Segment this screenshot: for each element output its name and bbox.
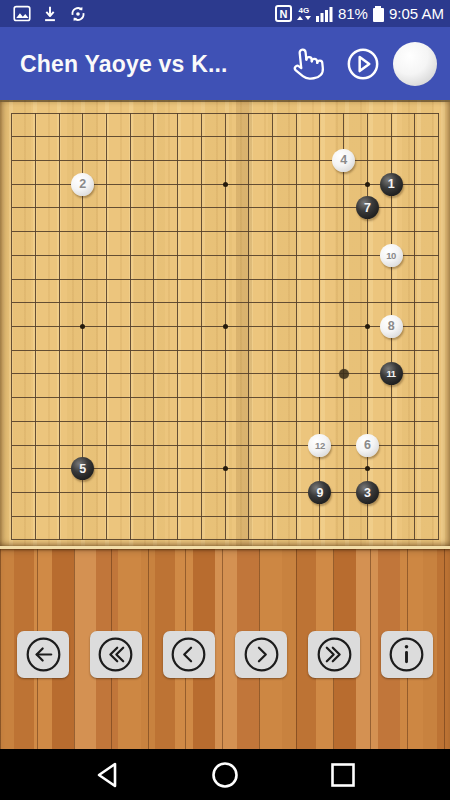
star-point	[365, 182, 370, 187]
battery-percent: 81%	[338, 5, 368, 22]
board-grid-line	[12, 421, 439, 422]
control-info[interactable]	[381, 631, 433, 678]
phone-screen: N 4G 81% 9:05 AM Chen Yaoye vs K...	[0, 0, 450, 800]
board-grid-line	[296, 113, 297, 540]
go-board[interactable]: 123456789101112	[0, 100, 450, 546]
stone-number: 11	[386, 368, 395, 379]
stone-number: 5	[79, 462, 86, 476]
back-button[interactable]	[95, 761, 119, 789]
star-point	[223, 182, 228, 187]
game-title: Chen Yaoye vs K...	[20, 50, 228, 77]
board-grid-line	[319, 113, 320, 540]
stone-number: 3	[364, 486, 371, 500]
tap-hand-icon	[284, 40, 330, 86]
stone-number: 4	[340, 153, 347, 167]
stone-number: 6	[364, 438, 371, 452]
stone-1: 1	[380, 173, 403, 196]
star-point	[365, 324, 370, 329]
star-point	[365, 466, 370, 471]
board-grid-line	[12, 539, 439, 540]
tap-mode-button[interactable]	[279, 36, 335, 92]
play-button[interactable]	[335, 36, 391, 92]
double-chevron-left-circle-icon	[95, 634, 136, 675]
stone-9: 9	[308, 481, 331, 504]
board-grid-line	[343, 113, 344, 540]
stone-3: 3	[356, 481, 379, 504]
stone-11: 11	[380, 362, 403, 385]
info-circle-icon	[386, 634, 427, 675]
double-chevron-right-circle-icon	[314, 634, 355, 675]
status-bar: N 4G 81% 9:05 AM	[0, 0, 450, 27]
star-point	[80, 324, 85, 329]
download-icon	[41, 4, 59, 24]
control-fast-forward[interactable]	[308, 631, 360, 678]
status-left-icons	[6, 4, 88, 24]
board-grid-line	[438, 113, 439, 540]
stone-number: 1	[388, 177, 395, 191]
white-turn-stone	[393, 42, 437, 86]
signal-icon	[316, 6, 333, 22]
board-grid-line	[12, 397, 439, 398]
control-fast-backward[interactable]	[90, 631, 142, 678]
stone-7: 7	[356, 196, 379, 219]
home-button[interactable]	[211, 761, 239, 789]
android-nav-bar	[0, 749, 450, 800]
status-right-cluster: N 4G 81% 9:05 AM	[275, 5, 444, 22]
recents-button[interactable]	[330, 762, 356, 788]
stone-5: 5	[71, 457, 94, 480]
board-bottom-edge	[0, 546, 450, 549]
sync-icon	[68, 4, 88, 24]
stone-12: 12	[308, 434, 331, 457]
clock: 9:05 AM	[389, 5, 444, 22]
stone-2: 2	[71, 173, 94, 196]
stone-8: 8	[380, 315, 403, 338]
stone-number: 7	[364, 201, 371, 215]
board-grid-line	[12, 350, 439, 351]
stone-number: 10	[386, 250, 396, 261]
app-bar-actions	[279, 27, 450, 100]
board-grid-line	[12, 516, 439, 517]
stone-10: 10	[380, 244, 403, 267]
control-jump-to-start[interactable]	[17, 631, 69, 678]
play-icon	[343, 44, 383, 84]
floor-background	[0, 546, 450, 749]
next-move-marker	[339, 369, 349, 379]
stone-4: 4	[332, 149, 355, 172]
chevron-left-circle-icon	[168, 634, 209, 675]
nfc-icon: N	[275, 5, 292, 22]
board-grid-line	[12, 373, 439, 374]
board-grid-line	[414, 113, 415, 540]
chevron-right-circle-icon	[241, 634, 282, 675]
board-grid-line	[272, 113, 273, 540]
stone-number: 9	[316, 486, 323, 500]
stone-number: 2	[79, 177, 86, 191]
control-step-forward[interactable]	[235, 631, 287, 678]
stone-number: 8	[388, 319, 395, 333]
mobile-data-icon: 4G	[297, 7, 311, 20]
star-point	[223, 324, 228, 329]
app-bar: Chen Yaoye vs K...	[0, 27, 450, 100]
battery-icon	[373, 6, 384, 22]
screenshot-icon	[12, 5, 32, 23]
board-grid-line	[248, 113, 249, 540]
control-step-backward[interactable]	[163, 631, 215, 678]
arrow-left-circle-icon	[23, 634, 64, 675]
star-point	[223, 466, 228, 471]
stone-number: 12	[315, 440, 325, 451]
stone-6: 6	[356, 434, 379, 457]
replay-controls	[0, 631, 450, 678]
